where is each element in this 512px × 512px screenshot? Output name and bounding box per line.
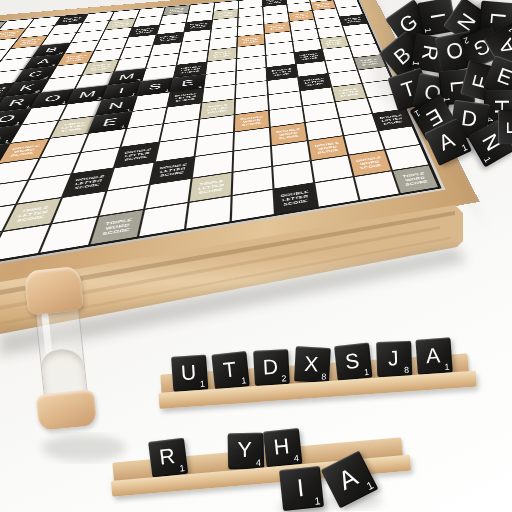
scrabble-scene: TRIPLEWORDSCOREDOUBLELETTERSCORETRIPLEWO…	[0, 0, 512, 512]
loose-tiles: I1A1	[0, 0, 512, 512]
loose-tile: A1	[321, 451, 379, 509]
tile-letter: A	[334, 462, 363, 496]
loose-tile: I1	[279, 466, 324, 511]
tile-letter: I	[296, 473, 306, 502]
tile-score: 1	[365, 479, 376, 492]
tile-score: 1	[314, 495, 321, 507]
